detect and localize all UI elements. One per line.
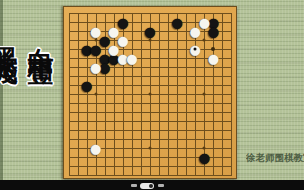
grid-line-horizontal xyxy=(69,103,233,104)
grid-line-vertical xyxy=(177,13,178,176)
grid-line-horizontal xyxy=(69,139,233,140)
star-point xyxy=(148,147,151,150)
grid-line-vertical xyxy=(186,13,187,176)
toggle-switch[interactable] xyxy=(140,183,154,189)
white-stone: ● xyxy=(190,26,200,36)
grid-line-horizontal xyxy=(69,121,233,122)
star-point xyxy=(148,93,151,96)
black-stone: ● xyxy=(82,80,92,90)
grid-line-horizontal xyxy=(69,112,233,113)
grid-line-vertical xyxy=(159,13,160,176)
black-player-label: 黑党毅飞 xyxy=(0,27,18,167)
star-point xyxy=(203,39,206,42)
grid-line-horizontal xyxy=(69,130,233,131)
white-stone: ● xyxy=(127,53,137,63)
black-stone: ● xyxy=(172,17,182,27)
go-board: ●●●●●●●●●●●●●●●●●●●●●●●●● xyxy=(63,6,237,179)
control-label-left[interactable] xyxy=(131,184,137,187)
star-point xyxy=(203,93,206,96)
white-stone: ● xyxy=(91,143,101,153)
grid-line-horizontal xyxy=(69,166,233,167)
grid-line-vertical xyxy=(168,13,169,176)
grid-line-vertical xyxy=(222,13,223,176)
white-stone: ● xyxy=(91,62,101,72)
video-frame[interactable]: 黑党毅飞 白卞相壹 ●●●●●●●●●●●●●●●●●●●●●●●●● 徐老师围… xyxy=(0,0,304,190)
white-stone: ● xyxy=(208,53,218,63)
grid-line-vertical xyxy=(231,13,232,176)
marked-empty-point xyxy=(211,47,215,51)
video-control-bar xyxy=(0,180,304,190)
grid-line-horizontal xyxy=(69,175,233,176)
white-player-label: 白卞相壹 xyxy=(26,27,54,167)
toggle-knob xyxy=(149,184,153,188)
control-label-right[interactable] xyxy=(158,184,164,187)
watermark-text: 徐老师围棋教室 xyxy=(246,152,304,165)
black-stone: ● xyxy=(199,152,209,162)
last-move-marker xyxy=(194,48,197,51)
white-stone: ● xyxy=(91,26,101,36)
black-stone: ● xyxy=(145,26,155,36)
star-point xyxy=(94,93,97,96)
